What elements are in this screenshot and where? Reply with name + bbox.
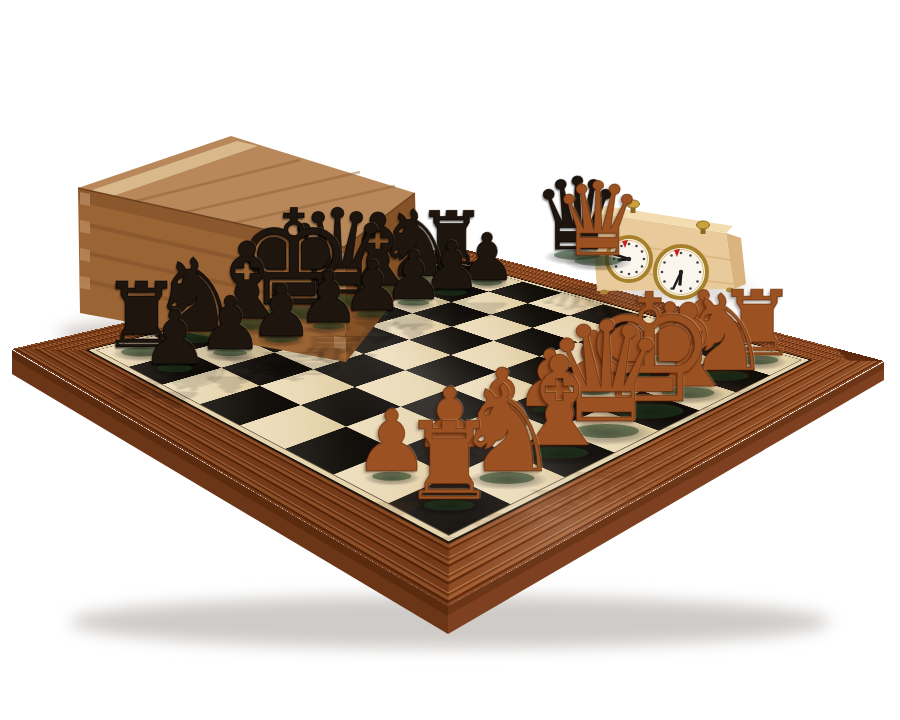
piece-white-rook-a1-shadow: [413, 498, 484, 516]
piece-white-pawn-g2-shadow: [646, 355, 694, 367]
piece-black-pawn-d7-shadow: [305, 322, 352, 334]
piece-black-pawn-f7-shadow: [391, 299, 436, 311]
piece-white-knight-g1-shadow: [689, 369, 759, 387]
spare-queen-white-shadow: [564, 254, 631, 271]
piece-white-queen-d1-shadow: [560, 421, 652, 445]
piece-black-pawn-c7-reflection: ♟: [249, 359, 314, 379]
piece-white-pawn-f2-shadow: [608, 370, 658, 383]
piece-white-pawn-d2-shadow: [524, 405, 576, 418]
piece-black-pawn-f7-reflection: ♟: [383, 322, 444, 341]
piece-white-rook-h1: ♜♜: [717, 283, 798, 366]
piece-white-rook-h1-reflection: ♜: [717, 385, 798, 410]
piece-black-rook-a8-reflection: ♜: [101, 376, 182, 401]
pieces-layer: ♜♜♞♞♝♝♚♚♛♛♝♝♞♞♜♜♟♟♟♟♟♟♟♟♟♟♟♟♟♟♟♟♟♟♟♟♟♟♟♟…: [0, 0, 900, 720]
piece-black-pawn-a7-reflection: ♟: [141, 389, 209, 410]
piece-black-pawn-h7-shadow: [466, 279, 509, 290]
piece-black-pawn-e7-shadow: [350, 310, 396, 322]
piece-white-knight-b1-reflection: ♞: [453, 509, 561, 542]
chess-set-product-photo: Product photograph of a luxury chess set…: [0, 0, 900, 720]
piece-white-bishop-c1-reflection: ♝: [503, 486, 615, 520]
piece-white-pawn-c2: ♟♟: [466, 360, 539, 434]
piece-black-rook-a8-shadow: [112, 346, 172, 361]
spare-queen-black-reflection: ♛: [532, 282, 622, 310]
piece-white-rook-h1-shadow: [727, 355, 786, 370]
piece-white-pawn-a2: ♟♟: [353, 403, 430, 482]
spare-queen-white-reflection: ♛: [552, 288, 643, 316]
piece-black-pawn-g7-shadow: [430, 288, 474, 299]
piece-white-pawn-h2-shadow: [680, 341, 727, 353]
piece-white-bishop-c1-shadow: [518, 444, 600, 465]
piece-white-pawn-e2-shadow: [568, 387, 619, 400]
piece-white-pawn-c2-shadow: [476, 425, 529, 439]
piece-black-pawn-d7-reflection: ♟: [297, 346, 360, 365]
piece-black-pawn-a7-shadow: [150, 364, 200, 377]
spare-queen-black: ♛♛: [532, 169, 622, 261]
piece-white-rook-a1-reflection: ♜: [401, 534, 498, 564]
piece-black-pawn-c7-shadow: [258, 335, 306, 347]
piece-black-pawn-h7-reflection: ♟: [458, 301, 517, 319]
piece-black-pawn-g7-reflection: ♟: [422, 311, 482, 329]
piece-white-queen-d1-reflection: ♛: [544, 467, 669, 506]
piece-white-pawn-a2-shadow: [363, 471, 419, 486]
piece-white-pawn-b2: ♟♟: [412, 381, 486, 457]
piece-white-king-e1-reflection: ♚: [582, 450, 717, 491]
piece-black-bishop-c8-shadow: [212, 318, 282, 336]
piece-black-knight-b8-shadow: [163, 331, 230, 348]
piece-white-knight-b1-shadow: [467, 469, 546, 489]
piece-black-pawn-b7-shadow: [206, 349, 255, 362]
piece-black-pawn-e7-reflection: ♟: [342, 333, 404, 352]
piece-white-bishop-f1-reflection: ♝: [637, 423, 740, 455]
piece-black-pawn-b7-reflection: ♟: [197, 374, 263, 394]
piece-white-pawn-d2: ♟♟: [515, 342, 586, 415]
piece-black-rook-h8: ♜♜: [416, 205, 487, 278]
piece-white-pawn-b2-shadow: [422, 447, 477, 461]
